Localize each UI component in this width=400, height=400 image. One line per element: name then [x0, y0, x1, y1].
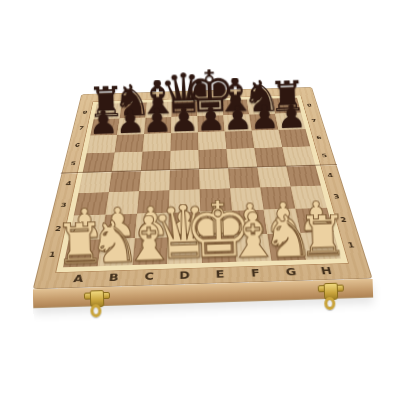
- square-f7[interactable]: ♟: [223, 114, 251, 131]
- square-h5[interactable]: [282, 146, 315, 166]
- file-label-b: B: [95, 270, 132, 285]
- piece-black-pawn-a7[interactable]: ♟: [88, 108, 118, 135]
- piece-white-rook-a1[interactable]: ♜: [54, 220, 105, 266]
- square-a1[interactable]: ♜: [63, 239, 102, 267]
- piece-black-pawn-e7[interactable]: ♟: [196, 105, 226, 132]
- square-c6[interactable]: [143, 133, 171, 151]
- square-d7[interactable]: ♟: [171, 116, 198, 133]
- square-b4[interactable]: [109, 171, 141, 193]
- board-grid: ♜♞♝♛♚♝♞♜♟♟♟♟♟♟♟♟♟♟♟♟♟♟♟♟♜♞♝♛♚♝♞♜: [63, 98, 341, 267]
- square-c1[interactable]: ♝: [133, 237, 168, 265]
- square-b7[interactable]: ♟: [117, 118, 145, 135]
- board-perspective: ♜♞♝♛♚♝♞♜♟♟♟♟♟♟♟♟♟♟♟♟♟♟♟♟♜♞♝♛♚♝♞♜ ABCDEFG…: [33, 87, 373, 289]
- piece-white-rook-h1[interactable]: ♜: [297, 213, 348, 259]
- photo-rotation-wrapper: ♜♞♝♛♚♝♞♜♟♟♟♟♟♟♟♟♟♟♟♟♟♟♟♟♜♞♝♛♚♝♞♜ ABCDEFG…: [0, 0, 400, 400]
- piece-black-pawn-f7[interactable]: ♟: [223, 104, 253, 131]
- square-a4[interactable]: [78, 172, 111, 194]
- file-label-h: H: [307, 263, 346, 278]
- file-label-g: G: [272, 264, 310, 279]
- square-h6[interactable]: [279, 129, 311, 147]
- file-label-d: D: [167, 268, 203, 283]
- square-a6[interactable]: [87, 135, 118, 153]
- square-c7[interactable]: ♟: [144, 117, 171, 134]
- piece-white-bishop-c1[interactable]: ♝: [121, 214, 178, 265]
- square-h7[interactable]: ♟: [275, 113, 305, 130]
- chess-set-photo: ♜♞♝♛♚♝♞♜♟♟♟♟♟♟♟♟♟♟♟♟♟♟♟♟♜♞♝♛♚♝♞♜ ABCDEFG…: [0, 0, 400, 400]
- file-label-e: E: [202, 267, 238, 282]
- square-g6[interactable]: [252, 130, 283, 148]
- square-g7[interactable]: ♟: [249, 114, 278, 131]
- square-c4[interactable]: [139, 170, 170, 192]
- square-a5[interactable]: [83, 152, 115, 172]
- piece-black-pawn-b7[interactable]: ♟: [115, 107, 145, 134]
- piece-black-pawn-d7[interactable]: ♟: [169, 106, 199, 133]
- square-b5[interactable]: [112, 152, 143, 172]
- square-g4[interactable]: [257, 166, 290, 187]
- piece-black-pawn-c7[interactable]: ♟: [142, 106, 172, 133]
- square-e7[interactable]: ♟: [197, 115, 224, 132]
- piece-black-pawn-h7[interactable]: ♟: [276, 102, 306, 129]
- piece-black-pawn-g7[interactable]: ♟: [249, 103, 279, 130]
- square-e5[interactable]: [198, 149, 228, 169]
- square-e6[interactable]: [198, 131, 226, 149]
- square-f1[interactable]: ♝: [234, 234, 271, 262]
- file-label-f: F: [237, 265, 274, 280]
- square-d5[interactable]: [170, 150, 199, 170]
- square-b6[interactable]: [115, 134, 144, 152]
- square-f6[interactable]: [225, 131, 255, 149]
- piece-white-bishop-f1[interactable]: ♝: [225, 210, 282, 261]
- brass-clasp-left-icon: [83, 289, 110, 324]
- square-h1[interactable]: ♜: [300, 232, 340, 260]
- brass-clasp-right-icon: [317, 282, 344, 317]
- square-c5[interactable]: [141, 151, 171, 171]
- board-frame: ♜♞♝♛♚♝♞♜♟♟♟♟♟♟♟♟♟♟♟♟♟♟♟♟♜♞♝♛♚♝♞♜ ABCDEFG…: [33, 87, 373, 289]
- file-label-a: A: [59, 271, 97, 286]
- square-d6[interactable]: [170, 132, 198, 150]
- square-h4[interactable]: [286, 165, 321, 186]
- square-f5[interactable]: [226, 148, 257, 168]
- file-label-c: C: [131, 269, 167, 284]
